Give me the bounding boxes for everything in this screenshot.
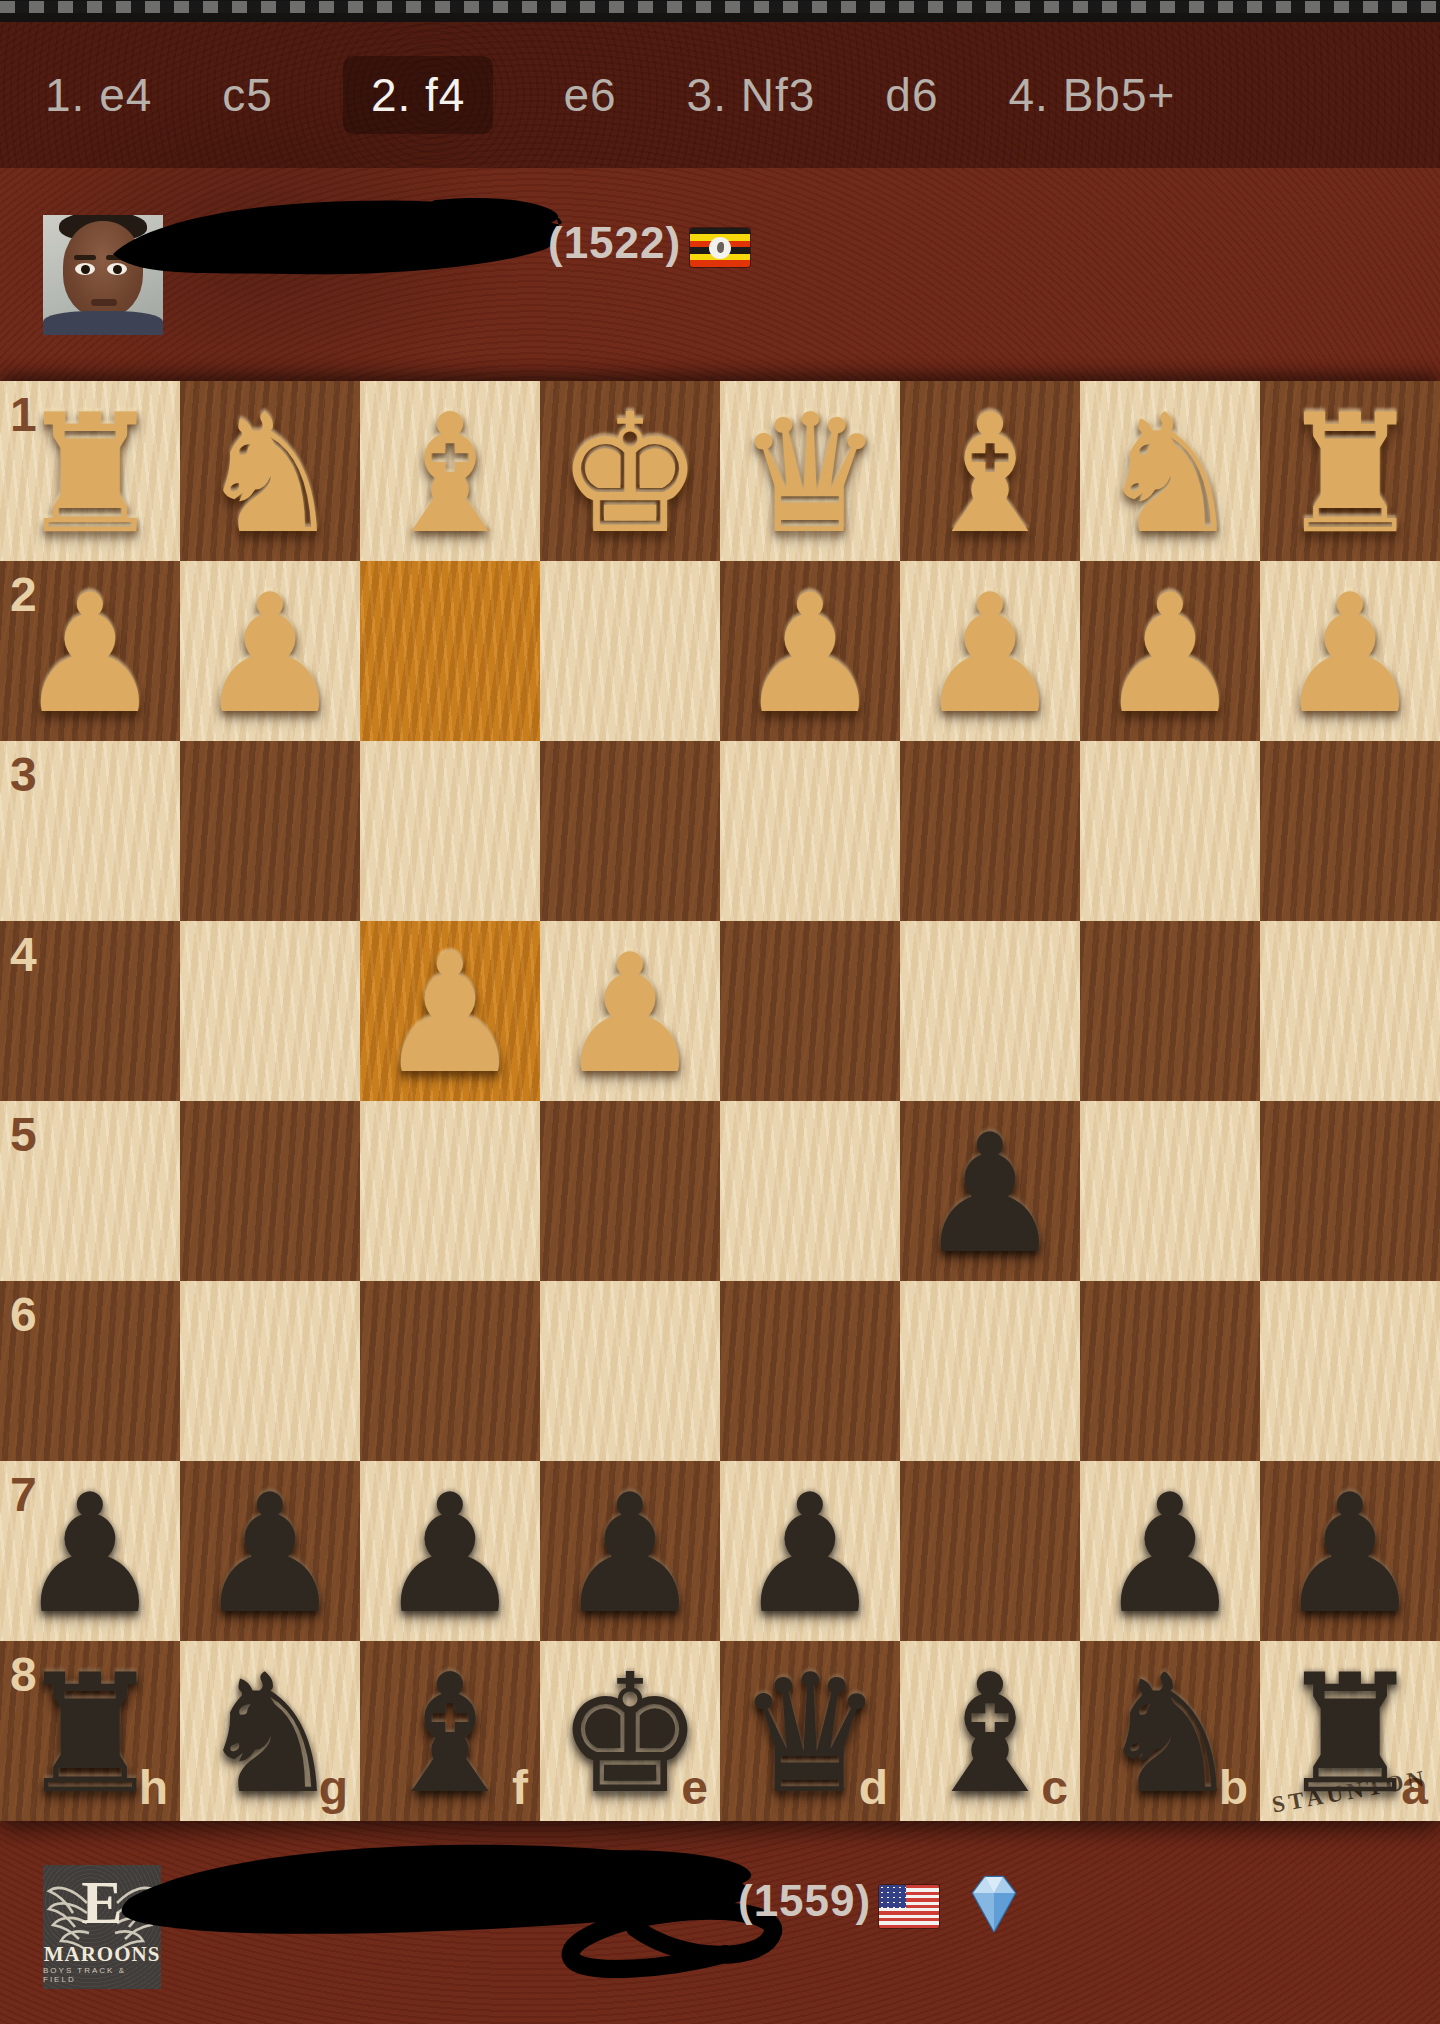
black-king-e8[interactable]: ♚ <box>540 1641 720 1829</box>
black-pawn-d7[interactable]: ♟ <box>720 1461 900 1649</box>
white-pawn-a2[interactable]: ♟ <box>1260 561 1440 749</box>
square-a8[interactable]: aSTAUNTON♜ <box>1260 1641 1440 1821</box>
white-pawn-c2[interactable]: ♟ <box>900 561 1080 749</box>
square-h4[interactable]: 4 <box>0 921 180 1101</box>
square-b2[interactable]: ♟ <box>1080 561 1260 741</box>
square-g5[interactable] <box>180 1101 360 1281</box>
square-c5[interactable]: ♟ <box>900 1101 1080 1281</box>
square-d8[interactable]: d♛ <box>720 1641 900 1821</box>
square-a7[interactable]: ♟ <box>1260 1461 1440 1641</box>
square-g4[interactable] <box>180 921 360 1101</box>
white-rook-h1[interactable]: ♜ <box>0 381 180 569</box>
square-a4[interactable] <box>1260 921 1440 1101</box>
square-f1[interactable]: ♝ <box>360 381 540 561</box>
square-g8[interactable]: g♞ <box>180 1641 360 1821</box>
square-e7[interactable]: ♟ <box>540 1461 720 1641</box>
square-d3[interactable] <box>720 741 900 921</box>
square-h3[interactable]: 3 <box>0 741 180 921</box>
white-queen-d1[interactable]: ♛ <box>720 381 900 569</box>
white-pawn-d2[interactable]: ♟ <box>720 561 900 749</box>
black-pawn-a7[interactable]: ♟ <box>1260 1461 1440 1649</box>
black-rook-h8[interactable]: ♜ <box>0 1641 180 1829</box>
white-rook-a1[interactable]: ♜ <box>1260 381 1440 569</box>
black-rook-a8[interactable]: ♜ <box>1260 1641 1440 1829</box>
square-g1[interactable]: ♞ <box>180 381 360 561</box>
square-g2[interactable]: ♟ <box>180 561 360 741</box>
square-b4[interactable] <box>1080 921 1260 1101</box>
black-pawn-b7[interactable]: ♟ <box>1080 1461 1260 1649</box>
square-c3[interactable] <box>900 741 1080 921</box>
white-knight-g1[interactable]: ♞ <box>180 381 360 569</box>
white-king-e1[interactable]: ♚ <box>540 381 720 569</box>
square-a3[interactable] <box>1260 741 1440 921</box>
leather-top-edge <box>0 0 1440 22</box>
black-pawn-f7[interactable]: ♟ <box>360 1461 540 1649</box>
move-4Bb5+[interactable]: 4. Bb5+ <box>1009 68 1176 122</box>
move-1e4[interactable]: 1. e4 <box>45 68 152 122</box>
square-g6[interactable] <box>180 1281 360 1461</box>
chess-app-screen: 1. e4c52. f4e63. Nf3d64. Bb5+ (1522) 1♜♞… <box>0 0 1440 2024</box>
move-c5[interactable]: c5 <box>222 68 273 122</box>
move-d6[interactable]: d6 <box>885 68 938 122</box>
white-pawn-e4[interactable]: ♟ <box>540 921 720 1109</box>
black-knight-b8[interactable]: ♞ <box>1080 1641 1260 1829</box>
avatar-shirt <box>43 311 163 335</box>
square-f7[interactable]: ♟ <box>360 1461 540 1641</box>
square-d6[interactable] <box>720 1281 900 1461</box>
square-a2[interactable]: ♟ <box>1260 561 1440 741</box>
square-c4[interactable] <box>900 921 1080 1101</box>
square-c6[interactable] <box>900 1281 1080 1461</box>
square-a5[interactable] <box>1260 1101 1440 1281</box>
square-b7[interactable]: ♟ <box>1080 1461 1260 1641</box>
black-knight-g8[interactable]: ♞ <box>180 1641 360 1829</box>
square-g7[interactable]: ♟ <box>180 1461 360 1641</box>
square-e4[interactable]: ♟ <box>540 921 720 1101</box>
usa-flag-icon <box>879 1885 939 1928</box>
square-h8[interactable]: 8h♜ <box>0 1641 180 1821</box>
square-h6[interactable]: 6 <box>0 1281 180 1461</box>
square-f6[interactable] <box>360 1281 540 1461</box>
square-b8[interactable]: b♞ <box>1080 1641 1260 1821</box>
rank-label-6: 6 <box>10 1287 37 1342</box>
square-d4[interactable] <box>720 921 900 1101</box>
square-g3[interactable] <box>180 741 360 921</box>
white-pawn-h2[interactable]: ♟ <box>0 561 180 749</box>
move-list-bar: 1. e4c52. f4e63. Nf3d64. Bb5+ <box>0 22 1440 168</box>
square-b1[interactable]: ♞ <box>1080 381 1260 561</box>
square-f3[interactable] <box>360 741 540 921</box>
move-2f4[interactable]: 2. f4 <box>343 56 494 134</box>
square-b6[interactable] <box>1080 1281 1260 1461</box>
square-b5[interactable] <box>1080 1101 1260 1281</box>
square-d5[interactable] <box>720 1101 900 1281</box>
square-e5[interactable] <box>540 1101 720 1281</box>
white-bishop-f1[interactable]: ♝ <box>360 381 540 569</box>
square-c7[interactable] <box>900 1461 1080 1641</box>
premium-diamond-icon <box>961 1869 1027 1939</box>
square-d2[interactable]: ♟ <box>720 561 900 741</box>
square-a1[interactable]: ♜ <box>1260 381 1440 561</box>
crane-emblem <box>717 242 724 253</box>
square-h2[interactable]: 2♟ <box>0 561 180 741</box>
square-f8[interactable]: f♝ <box>360 1641 540 1821</box>
black-queen-d8[interactable]: ♛ <box>720 1641 900 1829</box>
rank-label-4: 4 <box>10 927 37 982</box>
square-e1[interactable]: ♚ <box>540 381 720 561</box>
square-e8[interactable]: e♚ <box>540 1641 720 1821</box>
white-knight-b1[interactable]: ♞ <box>1080 381 1260 569</box>
square-e2[interactable] <box>540 561 720 741</box>
square-b3[interactable] <box>1080 741 1260 921</box>
black-pawn-c5[interactable]: ♟ <box>900 1101 1080 1289</box>
redacted-name-scribble-top <box>95 188 595 292</box>
black-pawn-h7[interactable]: ♟ <box>0 1461 180 1649</box>
square-f2[interactable] <box>360 561 540 741</box>
black-bishop-f8[interactable]: ♝ <box>360 1641 540 1829</box>
square-f4[interactable]: ♟ <box>360 921 540 1101</box>
square-h7[interactable]: 7♟ <box>0 1461 180 1641</box>
redacted-name-scribble-bottom <box>105 1836 805 1996</box>
square-e6[interactable] <box>540 1281 720 1461</box>
square-c1[interactable]: ♝ <box>900 381 1080 561</box>
move-e6[interactable]: e6 <box>563 68 616 122</box>
chess-board: 1♜♞♝♚♛♝♞♜2♟♟♟♟♟♟34♟♟5♟67♟♟♟♟♟♟♟8h♜g♞f♝e♚… <box>0 381 1440 1821</box>
move-3Nf3[interactable]: 3. Nf3 <box>687 68 816 122</box>
square-c2[interactable]: ♟ <box>900 561 1080 741</box>
square-f5[interactable] <box>360 1101 540 1281</box>
uganda-flag-icon <box>690 228 750 267</box>
square-a6[interactable] <box>1260 1281 1440 1461</box>
black-bishop-c8[interactable]: ♝ <box>900 1641 1080 1829</box>
black-pawn-g7[interactable]: ♟ <box>180 1461 360 1649</box>
white-pawn-b2[interactable]: ♟ <box>1080 561 1260 749</box>
square-c8[interactable]: c♝ <box>900 1641 1080 1821</box>
white-pawn-f4[interactable]: ♟ <box>360 921 540 1109</box>
stitching-pattern <box>0 1 1440 13</box>
square-h1[interactable]: 1♜ <box>0 381 180 561</box>
square-h5[interactable]: 5 <box>0 1101 180 1281</box>
rank-label-3: 3 <box>10 747 37 802</box>
white-pawn-g2[interactable]: ♟ <box>180 561 360 749</box>
square-d7[interactable]: ♟ <box>720 1461 900 1641</box>
player-top-rating: (1522) <box>548 218 681 268</box>
player-bottom-rating: (1559) <box>738 1876 871 1926</box>
rank-label-5: 5 <box>10 1107 37 1162</box>
black-pawn-e7[interactable]: ♟ <box>540 1461 720 1649</box>
white-bishop-c1[interactable]: ♝ <box>900 381 1080 569</box>
square-e3[interactable] <box>540 741 720 921</box>
square-d1[interactable]: ♛ <box>720 381 900 561</box>
